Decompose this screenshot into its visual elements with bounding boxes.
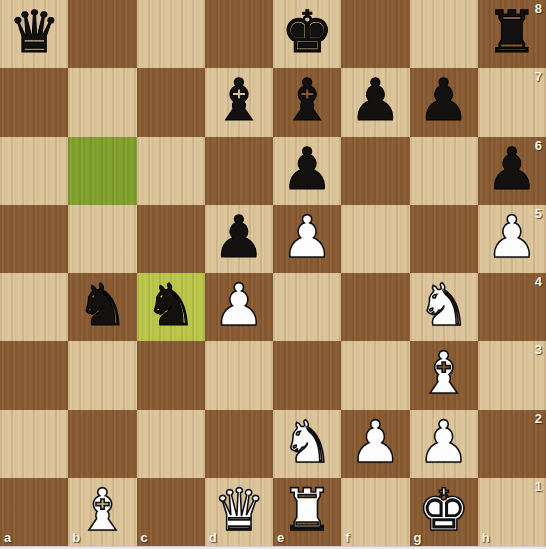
piece-white-rook[interactable]: ♜ xyxy=(281,481,333,539)
square-f6[interactable] xyxy=(341,137,409,205)
file-label-h: h xyxy=(482,530,490,545)
square-b2[interactable] xyxy=(68,410,136,478)
square-a5[interactable] xyxy=(0,205,68,273)
square-h5[interactable]: ♟5 xyxy=(478,205,546,273)
piece-white-bishop[interactable]: ♝ xyxy=(76,481,128,539)
square-d8[interactable] xyxy=(205,0,273,68)
square-b4[interactable]: ♞ xyxy=(68,273,136,341)
square-b6[interactable] xyxy=(68,137,136,205)
square-g3[interactable]: ♝ xyxy=(410,341,478,409)
square-f2[interactable]: ♟ xyxy=(341,410,409,478)
square-e6[interactable]: ♟ xyxy=(273,137,341,205)
square-g2[interactable]: ♟ xyxy=(410,410,478,478)
square-h6[interactable]: ♟6 xyxy=(478,137,546,205)
piece-black-pawn[interactable]: ♟ xyxy=(486,140,538,198)
square-h2[interactable]: 2 xyxy=(478,410,546,478)
square-d2[interactable] xyxy=(205,410,273,478)
piece-white-knight[interactable]: ♞ xyxy=(418,276,470,334)
square-d7[interactable]: ♝ xyxy=(205,68,273,136)
square-b7[interactable] xyxy=(68,68,136,136)
square-g5[interactable] xyxy=(410,205,478,273)
square-f1[interactable]: f xyxy=(341,478,409,546)
file-label-c: c xyxy=(141,530,148,545)
square-a7[interactable] xyxy=(0,68,68,136)
piece-black-pawn[interactable]: ♟ xyxy=(213,208,265,266)
square-f8[interactable] xyxy=(341,0,409,68)
piece-black-knight[interactable]: ♞ xyxy=(145,276,197,334)
piece-black-bishop[interactable]: ♝ xyxy=(213,71,265,129)
piece-white-pawn[interactable]: ♟ xyxy=(486,208,538,266)
square-d6[interactable] xyxy=(205,137,273,205)
square-d4[interactable]: ♟ xyxy=(205,273,273,341)
square-g8[interactable] xyxy=(410,0,478,68)
piece-black-pawn[interactable]: ♟ xyxy=(418,71,470,129)
square-c6[interactable] xyxy=(137,137,205,205)
square-c1[interactable]: c xyxy=(137,478,205,546)
square-a2[interactable] xyxy=(0,410,68,478)
square-h4[interactable]: 4 xyxy=(478,273,546,341)
square-e2[interactable]: ♞ xyxy=(273,410,341,478)
square-h1[interactable]: 1h xyxy=(478,478,546,546)
chess-app: ♛♚♜8♝♝♟♟7♟♟6♟♟♟5♞♞♟♞4♝3♞♟♟2a♝bc♛d♜ef♚g1h xyxy=(0,0,546,549)
piece-white-pawn[interactable]: ♟ xyxy=(418,413,470,471)
square-f5[interactable] xyxy=(341,205,409,273)
square-h3[interactable]: 3 xyxy=(478,341,546,409)
square-e7[interactable]: ♝ xyxy=(273,68,341,136)
square-a1[interactable]: a xyxy=(0,478,68,546)
square-h8[interactable]: ♜8 xyxy=(478,0,546,68)
piece-white-king[interactable]: ♚ xyxy=(418,481,470,539)
square-g4[interactable]: ♞ xyxy=(410,273,478,341)
square-d5[interactable]: ♟ xyxy=(205,205,273,273)
square-c7[interactable] xyxy=(137,68,205,136)
square-c8[interactable] xyxy=(137,0,205,68)
square-b3[interactable] xyxy=(68,341,136,409)
square-c2[interactable] xyxy=(137,410,205,478)
square-b8[interactable] xyxy=(68,0,136,68)
piece-white-pawn[interactable]: ♟ xyxy=(349,413,401,471)
square-b1[interactable]: ♝b xyxy=(68,478,136,546)
rank-label-3: 3 xyxy=(535,342,542,357)
square-a8[interactable]: ♛ xyxy=(0,0,68,68)
chess-board: ♛♚♜8♝♝♟♟7♟♟6♟♟♟5♞♞♟♞4♝3♞♟♟2a♝bc♛d♜ef♚g1h xyxy=(0,0,546,546)
piece-white-knight[interactable]: ♞ xyxy=(281,413,333,471)
square-e1[interactable]: ♜e xyxy=(273,478,341,546)
square-g6[interactable] xyxy=(410,137,478,205)
square-f7[interactable]: ♟ xyxy=(341,68,409,136)
piece-white-pawn[interactable]: ♟ xyxy=(281,208,333,266)
rank-label-7: 7 xyxy=(535,69,542,84)
rank-label-1: 1 xyxy=(535,479,542,494)
square-e3[interactable] xyxy=(273,341,341,409)
square-d3[interactable] xyxy=(205,341,273,409)
file-label-a: a xyxy=(4,530,11,545)
square-e8[interactable]: ♚ xyxy=(273,0,341,68)
square-f3[interactable] xyxy=(341,341,409,409)
piece-black-bishop[interactable]: ♝ xyxy=(281,71,333,129)
square-c4[interactable]: ♞ xyxy=(137,273,205,341)
piece-white-bishop[interactable]: ♝ xyxy=(418,344,470,402)
rank-label-4: 4 xyxy=(535,274,542,289)
square-c5[interactable] xyxy=(137,205,205,273)
piece-black-king[interactable]: ♚ xyxy=(281,3,333,61)
square-d1[interactable]: ♛d xyxy=(205,478,273,546)
rank-label-2: 2 xyxy=(535,411,542,426)
piece-black-knight[interactable]: ♞ xyxy=(76,276,128,334)
square-h7[interactable]: 7 xyxy=(478,68,546,136)
square-b5[interactable] xyxy=(68,205,136,273)
square-a4[interactable] xyxy=(0,273,68,341)
square-e4[interactable] xyxy=(273,273,341,341)
piece-white-pawn[interactable]: ♟ xyxy=(213,276,265,334)
square-a6[interactable] xyxy=(0,137,68,205)
piece-black-pawn[interactable]: ♟ xyxy=(281,140,333,198)
square-g1[interactable]: ♚g xyxy=(410,478,478,546)
piece-black-rook[interactable]: ♜ xyxy=(486,3,538,61)
square-a3[interactable] xyxy=(0,341,68,409)
square-f4[interactable] xyxy=(341,273,409,341)
square-e5[interactable]: ♟ xyxy=(273,205,341,273)
square-c3[interactable] xyxy=(137,341,205,409)
piece-white-queen[interactable]: ♛ xyxy=(213,481,265,539)
file-label-f: f xyxy=(345,530,349,545)
piece-black-queen[interactable]: ♛ xyxy=(8,3,60,61)
square-g7[interactable]: ♟ xyxy=(410,68,478,136)
piece-black-pawn[interactable]: ♟ xyxy=(349,71,401,129)
